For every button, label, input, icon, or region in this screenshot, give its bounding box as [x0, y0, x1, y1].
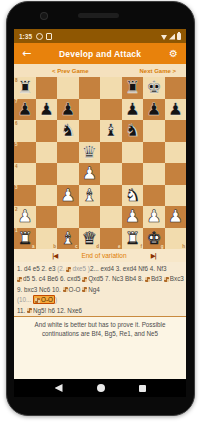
- square-g4[interactable]: [143, 163, 165, 185]
- square-h1[interactable]: h: [165, 228, 187, 250]
- square-g2[interactable]: ♟: [143, 206, 165, 228]
- white-king-piece[interactable]: ♚: [143, 228, 165, 250]
- move-line: 1. d4 e5 2. e3 (2. dxe5 )2... exd4 3. ex…: [17, 264, 183, 274]
- variation-status-text: End of variation: [57, 252, 150, 259]
- square-c4[interactable]: [57, 163, 79, 185]
- move-token[interactable]: 5. c4 Be6 6. cxd5: [30, 275, 82, 282]
- square-e1[interactable]: e: [100, 228, 122, 250]
- square-d1[interactable]: d♛: [79, 228, 101, 250]
- square-a3[interactable]: 3: [14, 185, 36, 207]
- square-e4[interactable]: [100, 163, 122, 185]
- square-g6[interactable]: [143, 120, 165, 142]
- square-b4[interactable]: [36, 163, 58, 185]
- app-bar: ← Develop and Attack ⚙: [14, 43, 186, 64]
- white-bishop-piece[interactable]: ♝: [57, 228, 79, 250]
- square-c3[interactable]: ♟: [57, 185, 79, 207]
- page-title: Develop and Attack: [31, 49, 169, 59]
- black-pawn-piece[interactable]: ♟: [57, 99, 79, 121]
- square-c8[interactable]: [57, 77, 79, 99]
- square-h2[interactable]: ♟: [165, 206, 187, 228]
- move-token[interactable]: 11.: [17, 307, 27, 314]
- notification-icon: [36, 33, 43, 40]
- white-pawn-piece[interactable]: ♟: [165, 206, 187, 228]
- black-pawn-piece[interactable]: ♟: [143, 99, 165, 121]
- square-h4[interactable]: [165, 163, 187, 185]
- square-b6[interactable]: [36, 120, 58, 142]
- variation-marker-icon: [63, 287, 68, 292]
- move-token[interactable]: Ng5!: [33, 307, 46, 314]
- white-queen-piece[interactable]: ♛: [79, 228, 101, 250]
- square-f2[interactable]: ♟: [122, 206, 144, 228]
- status-bar: 1:35: [14, 29, 186, 43]
- move-token[interactable]: Bd3: [151, 275, 162, 282]
- square-a5[interactable]: 5: [14, 142, 36, 164]
- square-d3[interactable]: ♝: [79, 185, 101, 207]
- battery-icon: [177, 33, 181, 40]
- square-b7[interactable]: ♟: [36, 99, 58, 121]
- square-a7[interactable]: 7♟: [14, 99, 36, 121]
- square-c7[interactable]: ♟: [57, 99, 79, 121]
- move-token[interactable]: (2.: [57, 265, 66, 272]
- chess-board: 8♜♜♚7♟♟♟♟♟♟6♞♝♞5♛4♟3♟♝♞2♟♟♟♟1a♜bc♝d♛ef♜g…: [14, 77, 186, 249]
- black-knight-piece[interactable]: ♞: [122, 120, 144, 142]
- black-king-piece[interactable]: ♚: [143, 77, 165, 99]
- black-knight-piece[interactable]: ♞: [57, 120, 79, 142]
- square-a1[interactable]: 1a♜: [14, 228, 36, 250]
- square-a6[interactable]: 6: [14, 120, 36, 142]
- earpiece-speaker: [78, 13, 119, 18]
- white-rook-piece[interactable]: ♜: [14, 228, 36, 250]
- file-label: b: [53, 244, 56, 249]
- square-c5[interactable]: [57, 142, 79, 164]
- square-g8[interactable]: ♚: [143, 77, 165, 99]
- settings-gear-icon[interactable]: ⚙: [169, 43, 178, 64]
- rank-label: 5: [15, 142, 18, 147]
- phone-frame: 1:35 ← Develop and Attack ⚙ < Prev Game …: [6, 1, 195, 416]
- square-g3[interactable]: [143, 185, 165, 207]
- move-token[interactable]: (10...: [17, 296, 33, 303]
- move-line: (10... O-O): [17, 295, 183, 305]
- variation-marker-icon: [27, 308, 32, 313]
- android-home-button[interactable]: [97, 384, 105, 392]
- android-back-button[interactable]: [55, 384, 63, 392]
- variation-marker-icon: [164, 277, 169, 282]
- white-pawn-piece[interactable]: ♟: [57, 185, 79, 207]
- rank-label: 4: [15, 164, 18, 169]
- square-d5[interactable]: ♛: [79, 142, 101, 164]
- game-nav: < Prev Game Next Game >: [14, 64, 186, 77]
- square-g5[interactable]: [143, 142, 165, 164]
- variation-marker-icon: [145, 277, 150, 282]
- file-label: e: [118, 244, 121, 249]
- square-d7[interactable]: [79, 99, 101, 121]
- white-pawn-piece[interactable]: ♟: [79, 163, 101, 185]
- move-controls: |◀ End of variation ▶|: [14, 249, 186, 262]
- black-pawn-piece[interactable]: ♟: [14, 99, 36, 121]
- android-recents-button[interactable]: [139, 385, 146, 392]
- move-token[interactable]: O-O: [69, 286, 81, 293]
- annotation-text: And white is better but has to prove it.…: [35, 321, 166, 337]
- move-token[interactable]: 2... exd4 3. exd4 Nf6 4. Nf3: [90, 265, 167, 272]
- variation-marker-icon: [82, 277, 87, 282]
- square-b5[interactable]: [36, 142, 58, 164]
- square-b3[interactable]: [36, 185, 58, 207]
- screen: 1:35 ← Develop and Attack ⚙ < Prev Game …: [14, 29, 186, 397]
- white-pawn-piece[interactable]: ♟: [122, 206, 144, 228]
- white-rook-piece[interactable]: ♜: [122, 228, 144, 250]
- black-rook-piece[interactable]: ♜: [14, 77, 36, 99]
- square-c2[interactable]: [57, 206, 79, 228]
- file-label: h: [182, 244, 185, 249]
- square-e6[interactable]: ♝: [100, 120, 122, 142]
- prev-game-button[interactable]: < Prev Game: [52, 68, 89, 74]
- white-bishop-piece[interactable]: ♝: [79, 185, 101, 207]
- square-h3[interactable]: [165, 185, 187, 207]
- white-knight-piece[interactable]: ♞: [122, 185, 144, 207]
- move-token[interactable]: h6 12. Nxe6: [46, 307, 82, 314]
- square-e8[interactable]: [100, 77, 122, 99]
- variation-marker-icon: [35, 298, 40, 303]
- status-time: 1:35: [19, 33, 32, 40]
- square-d2[interactable]: [79, 206, 101, 228]
- square-d8[interactable]: [79, 77, 101, 99]
- current-move-highlight[interactable]: O-O: [33, 295, 55, 304]
- square-f1[interactable]: f♜: [122, 228, 144, 250]
- square-b8[interactable]: [36, 77, 58, 99]
- move-token[interactable]: Bxc3: [170, 275, 184, 282]
- next-game-button[interactable]: Next Game >: [139, 68, 176, 74]
- back-arrow-icon[interactable]: ←: [22, 43, 31, 64]
- move-token[interactable]: Ng4: [88, 286, 100, 293]
- front-camera-icon: [41, 13, 47, 19]
- square-f6[interactable]: ♞: [122, 120, 144, 142]
- square-e7[interactable]: [100, 99, 122, 121]
- black-pawn-piece[interactable]: ♟: [122, 99, 144, 121]
- annotation-panel: And white is better but has to prove it.…: [14, 317, 186, 379]
- square-g1[interactable]: g♚: [143, 228, 165, 250]
- move-token[interactable]: ): [55, 296, 57, 303]
- move-line: 9. bxc3 Nc6 10. O-O Ng4: [17, 285, 183, 295]
- move-token[interactable]: O-O: [41, 296, 53, 303]
- square-a2[interactable]: 2♟: [14, 206, 36, 228]
- square-f4[interactable]: [122, 163, 144, 185]
- square-c1[interactable]: c♝: [57, 228, 79, 250]
- variation-marker-icon: [82, 287, 87, 292]
- move-token[interactable]: 7. Nc3 Bb4 8.: [103, 275, 145, 282]
- square-h7[interactable]: ♟: [165, 99, 187, 121]
- square-f5[interactable]: [122, 142, 144, 164]
- square-h8[interactable]: [165, 77, 187, 99]
- square-e5[interactable]: [100, 142, 122, 164]
- wifi-icon: [161, 35, 167, 40]
- variation-marker-icon: [66, 267, 71, 272]
- square-d6[interactable]: [79, 120, 101, 142]
- sd-card-icon: [46, 33, 52, 40]
- variation-marker-icon: [17, 277, 22, 282]
- black-pawn-piece[interactable]: ♟: [36, 99, 58, 121]
- white-pawn-piece[interactable]: ♟: [14, 206, 36, 228]
- move-token[interactable]: Qxd5: [88, 275, 103, 282]
- cell-signal-icon: [169, 34, 175, 40]
- white-pawn-piece[interactable]: ♟: [143, 206, 165, 228]
- move-token[interactable]: 9. bxc3 Nc6 10.: [17, 286, 63, 293]
- rank-label: 3: [15, 185, 18, 190]
- android-nav-bar: [14, 379, 186, 397]
- move-token[interactable]: dxe5 ): [72, 265, 90, 272]
- square-f8[interactable]: ♜: [122, 77, 144, 99]
- move-line: d5 5. c4 Be6 6. cxd5 Qxd5 7. Nc3 Bb4 8. …: [17, 274, 183, 284]
- square-e2[interactable]: [100, 206, 122, 228]
- skip-to-end-button[interactable]: ▶|: [151, 252, 156, 260]
- black-bishop-piece[interactable]: ♝: [100, 120, 122, 142]
- square-e3[interactable]: [100, 185, 122, 207]
- square-g7[interactable]: ♟: [143, 99, 165, 121]
- black-queen-piece[interactable]: ♛: [79, 142, 101, 164]
- move-token[interactable]: d5: [23, 275, 30, 282]
- square-b2[interactable]: [36, 206, 58, 228]
- black-pawn-piece[interactable]: ♟: [165, 99, 187, 121]
- square-c6[interactable]: ♞: [57, 120, 79, 142]
- square-b1[interactable]: b: [36, 228, 58, 250]
- square-a8[interactable]: 8♜: [14, 77, 36, 99]
- move-line: 11. Ng5! h6 12. Nxe6: [17, 306, 183, 316]
- square-a4[interactable]: 4: [14, 163, 36, 185]
- square-f7[interactable]: ♟: [122, 99, 144, 121]
- black-rook-piece[interactable]: ♜: [122, 77, 144, 99]
- square-h5[interactable]: [165, 142, 187, 164]
- move-list: 1. d4 e5 2. e3 (2. dxe5 )2... exd4 3. ex…: [14, 262, 186, 316]
- move-token[interactable]: 1. d4 e5 2. e3: [17, 265, 57, 272]
- square-d4[interactable]: ♟: [79, 163, 101, 185]
- square-h6[interactable]: [165, 120, 187, 142]
- rank-label: 6: [15, 121, 18, 126]
- square-f3[interactable]: ♞: [122, 185, 144, 207]
